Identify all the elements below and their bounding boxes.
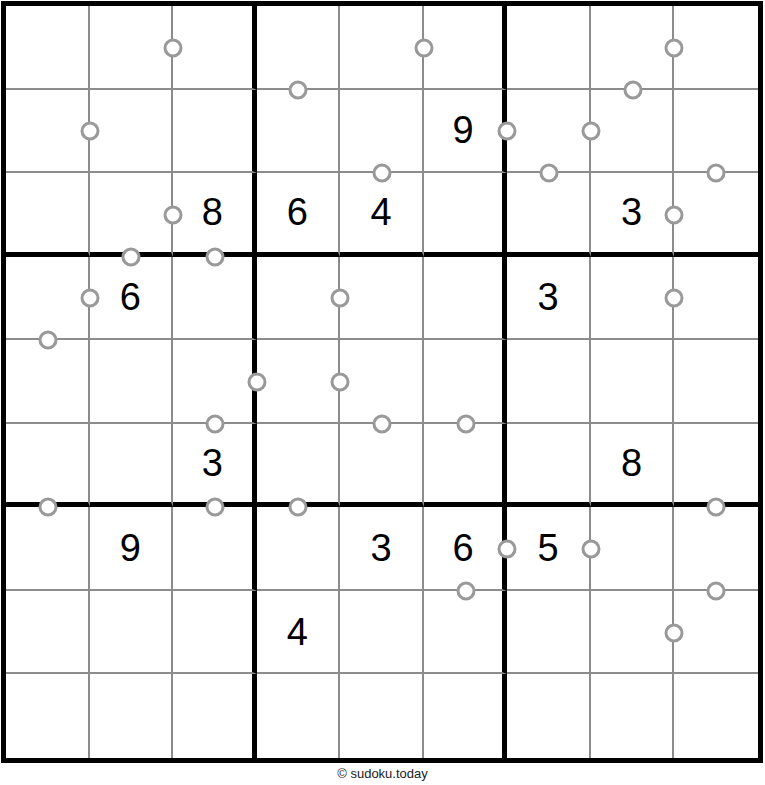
cell-r8c9[interactable] [674,591,758,675]
given-digit: 8 [202,193,223,231]
cell-r9c6[interactable] [424,674,508,758]
cell-r3c5[interactable]: 4 [340,173,424,257]
cell-r4c7[interactable]: 3 [507,257,591,341]
cell-r6c1[interactable] [6,424,90,508]
cell-r2c5[interactable] [340,90,424,174]
sudoku-board: 98643633893654 [1,1,763,763]
cell-r7c7[interactable]: 5 [507,507,591,591]
cell-r9c4[interactable] [257,674,341,758]
cell-r8c1[interactable] [6,591,90,675]
cell-r7c8[interactable] [591,507,675,591]
cell-r7c2[interactable]: 9 [90,507,174,591]
cell-r9c1[interactable] [6,674,90,758]
given-digit: 4 [370,193,391,231]
given-digit: 9 [452,111,473,149]
cell-r3c3[interactable]: 8 [173,173,257,257]
cell-r5c8[interactable] [591,340,675,424]
given-digit: 3 [621,193,642,231]
cell-r8c4[interactable]: 4 [257,591,341,675]
cell-r8c3[interactable] [173,591,257,675]
given-digit: 3 [202,444,223,482]
cell-r6c3[interactable]: 3 [173,424,257,508]
cell-r2c7[interactable] [507,90,591,174]
cell-r5c5[interactable] [340,340,424,424]
cell-r6c8[interactable]: 8 [591,424,675,508]
cell-r1c4[interactable] [257,6,341,90]
given-digit: 6 [120,278,141,316]
cell-r6c9[interactable] [674,424,758,508]
cell-r4c8[interactable] [591,257,675,341]
cell-r5c9[interactable] [674,340,758,424]
cell-r7c3[interactable] [173,507,257,591]
cell-r1c6[interactable] [424,6,508,90]
cell-r6c7[interactable] [507,424,591,508]
given-digit: 3 [538,278,559,316]
cell-r3c7[interactable] [507,173,591,257]
cell-r7c1[interactable] [6,507,90,591]
cell-r2c3[interactable] [173,90,257,174]
cell-r5c7[interactable] [507,340,591,424]
given-digit: 8 [621,444,642,482]
given-digit: 4 [287,613,308,651]
cell-r3c6[interactable] [424,173,508,257]
cell-r2c4[interactable] [257,90,341,174]
cell-r6c4[interactable] [257,424,341,508]
cell-r1c2[interactable] [90,6,174,90]
given-digit: 6 [452,529,473,567]
sudoku-grid: 98643633893654 [6,6,758,758]
cell-r2c9[interactable] [674,90,758,174]
cell-r6c6[interactable] [424,424,508,508]
cell-r2c8[interactable] [591,90,675,174]
cell-r4c5[interactable] [340,257,424,341]
cell-r8c6[interactable] [424,591,508,675]
cell-r8c8[interactable] [591,591,675,675]
cell-r7c4[interactable] [257,507,341,591]
sudoku-page: 98643633893654 © sudoku.today [0,0,765,785]
cell-r8c2[interactable] [90,591,174,675]
cell-r6c2[interactable] [90,424,174,508]
cell-r1c3[interactable] [173,6,257,90]
cell-r6c5[interactable] [340,424,424,508]
cell-r9c9[interactable] [674,674,758,758]
cell-r1c1[interactable] [6,6,90,90]
cell-r3c9[interactable] [674,173,758,257]
given-digit: 9 [120,529,141,567]
cell-r1c8[interactable] [591,6,675,90]
cell-r9c8[interactable] [591,674,675,758]
cell-r3c4[interactable]: 6 [257,173,341,257]
cell-r8c7[interactable] [507,591,591,675]
cell-r4c2[interactable]: 6 [90,257,174,341]
cell-r2c2[interactable] [90,90,174,174]
cell-r4c9[interactable] [674,257,758,341]
cell-r5c2[interactable] [90,340,174,424]
cell-r8c5[interactable] [340,591,424,675]
cell-r3c2[interactable] [90,173,174,257]
cell-r5c4[interactable] [257,340,341,424]
cell-r9c5[interactable] [340,674,424,758]
cell-r1c5[interactable] [340,6,424,90]
cell-r5c6[interactable] [424,340,508,424]
copyright-text: © sudoku.today [0,766,765,784]
cell-r2c6[interactable]: 9 [424,90,508,174]
cell-r7c9[interactable] [674,507,758,591]
cell-r2c1[interactable] [6,90,90,174]
given-digit: 5 [538,529,559,567]
cell-r1c7[interactable] [507,6,591,90]
cell-r7c5[interactable]: 3 [340,507,424,591]
cell-r4c1[interactable] [6,257,90,341]
cell-r9c2[interactable] [90,674,174,758]
cell-r4c4[interactable] [257,257,341,341]
given-digit: 6 [287,193,308,231]
cell-r7c6[interactable]: 6 [424,507,508,591]
cell-r9c7[interactable] [507,674,591,758]
cell-r3c8[interactable]: 3 [591,173,675,257]
cell-r4c6[interactable] [424,257,508,341]
given-digit: 3 [370,529,391,567]
cell-r4c3[interactable] [173,257,257,341]
cell-r5c3[interactable] [173,340,257,424]
cell-r1c9[interactable] [674,6,758,90]
cell-r9c3[interactable] [173,674,257,758]
cell-r3c1[interactable] [6,173,90,257]
cell-r5c1[interactable] [6,340,90,424]
